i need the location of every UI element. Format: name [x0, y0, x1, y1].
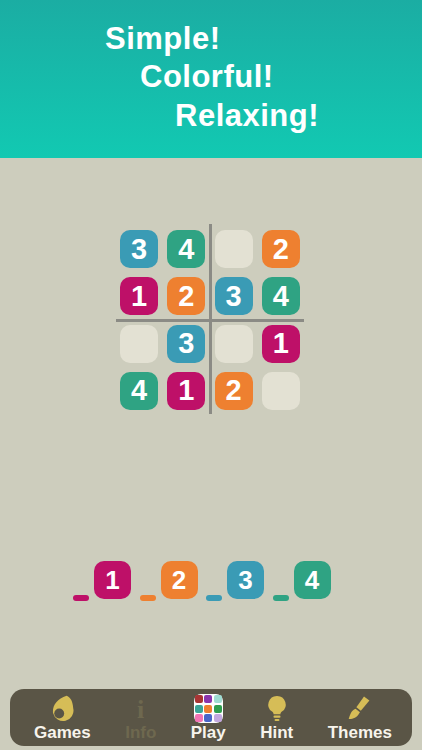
selector-slot: 2: [161, 561, 198, 599]
selector-slot: 4: [294, 561, 331, 599]
toolbar-label: Games: [34, 724, 91, 741]
toolbar-label: Info: [125, 724, 156, 741]
selector-count-dash: [73, 595, 89, 601]
sudoku-board: 342123431412: [120, 230, 300, 410]
play-icon-swatch: [195, 714, 203, 722]
grid-cell-filled[interactable]: 1: [262, 325, 300, 363]
grid-cell-empty[interactable]: [215, 325, 253, 363]
number-tile-3[interactable]: 3: [227, 561, 264, 599]
bottom-toolbar: Games i Info Play Hint: [10, 689, 412, 746]
header-banner: Simple! Colorful! Relaxing!: [0, 0, 422, 158]
grid-cell-filled[interactable]: 4: [120, 372, 158, 410]
games-icon: [49, 695, 76, 723]
grid-cell-empty[interactable]: [215, 230, 253, 268]
grid-cell-filled[interactable]: 3: [120, 230, 158, 268]
app-screen: Simple! Colorful! Relaxing! 342123431412…: [0, 0, 422, 750]
selector-count-dash: [273, 595, 289, 601]
toolbar-item-play[interactable]: Play: [191, 695, 226, 741]
board-horizontal-divider: [116, 319, 304, 322]
grid-cell-filled[interactable]: 4: [167, 230, 205, 268]
info-icon: i: [137, 695, 144, 723]
grid-cell-empty[interactable]: [120, 325, 158, 363]
grid-cell-filled[interactable]: 1: [120, 277, 158, 315]
grid-cell-empty[interactable]: [262, 372, 300, 410]
play-icon-swatch: [214, 695, 222, 703]
toolbar-label: Play: [191, 724, 226, 741]
play-icon-swatch: [195, 705, 203, 713]
toolbar-label: Themes: [328, 724, 392, 741]
number-tile-4[interactable]: 4: [294, 561, 331, 599]
slogan-line-2: Colorful!: [140, 59, 274, 95]
play-icon-swatch: [214, 705, 222, 713]
grid-cell-filled[interactable]: 2: [215, 372, 253, 410]
paintbrush-icon: [346, 695, 373, 723]
slogan-line-1: Simple!: [105, 21, 220, 57]
grid-cell-filled[interactable]: 1: [167, 372, 205, 410]
grid-cell-filled[interactable]: 3: [167, 325, 205, 363]
slogan-line-3: Relaxing!: [175, 98, 319, 134]
play-icon-swatch: [195, 695, 203, 703]
number-tile-2[interactable]: 2: [161, 561, 198, 599]
selector-count-dash: [206, 595, 222, 601]
toolbar-item-themes[interactable]: Themes: [328, 695, 392, 741]
lightbulb-icon: [265, 695, 289, 723]
selector-count-dash: [140, 595, 156, 601]
selector-slot: 1: [94, 561, 131, 599]
play-icon-swatch: [204, 695, 212, 703]
selector-slot: 3: [227, 561, 264, 599]
number-selector: 1234: [94, 561, 331, 599]
grid-cell-filled[interactable]: 4: [262, 277, 300, 315]
toolbar-item-games[interactable]: Games: [34, 695, 91, 741]
play-grid-icon: [194, 695, 223, 723]
toolbar-item-hint[interactable]: Hint: [260, 695, 293, 741]
play-icon-swatch: [204, 705, 212, 713]
grid-cell-filled[interactable]: 3: [215, 277, 253, 315]
grid-cell-filled[interactable]: 2: [262, 230, 300, 268]
toolbar-item-info[interactable]: i Info: [125, 695, 156, 741]
number-tile-1[interactable]: 1: [94, 561, 131, 599]
toolbar-label: Hint: [260, 724, 293, 741]
play-icon-swatch: [204, 714, 212, 722]
grid-cell-filled[interactable]: 2: [167, 277, 205, 315]
play-icon-swatch: [214, 714, 222, 722]
